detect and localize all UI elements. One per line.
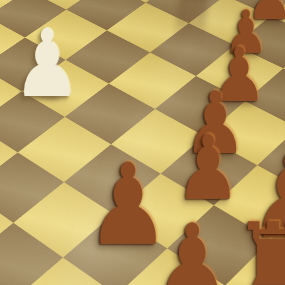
dark-pawn-4-pawn-piece[interactable]: ♟ [175, 124, 240, 213]
dark-pawn-near-pawn-piece[interactable]: ♟ [153, 211, 230, 285]
pieces-layer: ♟♟♟♟♟♟♟♟♟♜ [0, 0, 285, 285]
dark-rook-rook-piece[interactable]: ♜ [233, 209, 285, 285]
white-pawn-pawn-piece[interactable]: ♟ [13, 18, 81, 111]
chessboard-photo: ♟♟♟♟♟♟♟♟♟♜ [0, 0, 285, 285]
